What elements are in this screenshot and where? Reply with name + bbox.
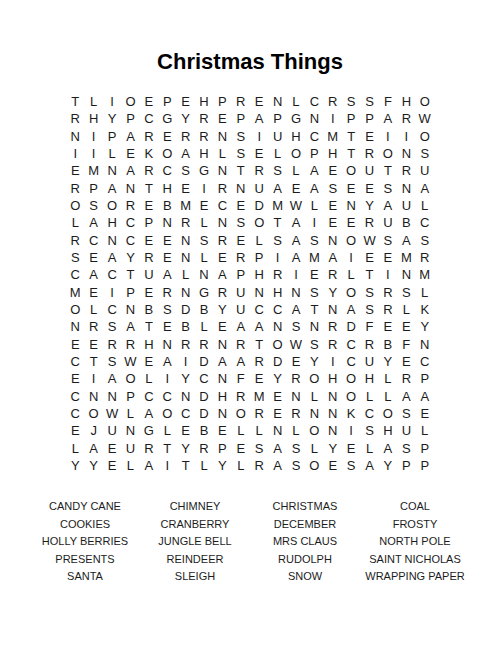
grid-cell[interactable]: I [397, 128, 415, 145]
grid-cell[interactable]: P [232, 110, 250, 127]
grid-cell[interactable]: E [250, 93, 268, 110]
grid-cell[interactable]: T [66, 93, 84, 110]
grid-cell[interactable]: O [416, 93, 434, 110]
grid-cell[interactable]: Y [379, 457, 397, 474]
grid-cell[interactable]: Y [213, 301, 231, 318]
grid-cell[interactable]: P [342, 110, 360, 127]
grid-cell[interactable]: E [397, 318, 415, 335]
grid-cell[interactable]: U [397, 197, 415, 214]
grid-cell[interactable]: N [287, 284, 305, 301]
grid-cell[interactable]: T [250, 336, 268, 353]
grid-cell[interactable]: S [324, 180, 342, 197]
grid-cell[interactable]: O [232, 405, 250, 422]
grid-cell[interactable]: A [268, 440, 286, 457]
grid-cell[interactable]: E [379, 318, 397, 335]
grid-cell[interactable]: T [268, 214, 286, 231]
grid-cell[interactable]: C [103, 301, 121, 318]
grid-cell[interactable]: P [158, 93, 176, 110]
grid-cell[interactable]: W [287, 197, 305, 214]
grid-cell[interactable]: S [379, 232, 397, 249]
grid-cell[interactable]: A [287, 214, 305, 231]
grid-cell[interactable]: N [268, 422, 286, 439]
grid-cell[interactable]: C [342, 353, 360, 370]
grid-cell[interactable]: N [176, 249, 194, 266]
grid-cell[interactable]: A [121, 318, 139, 335]
grid-cell[interactable]: R [140, 162, 158, 179]
grid-cell[interactable]: H [84, 110, 102, 127]
grid-cell[interactable]: E [158, 128, 176, 145]
grid-cell[interactable]: A [250, 318, 268, 335]
grid-cell[interactable]: E [158, 232, 176, 249]
grid-cell[interactable]: L [416, 284, 434, 301]
grid-cell[interactable]: R [195, 440, 213, 457]
grid-cell[interactable]: T [140, 318, 158, 335]
grid-cell[interactable]: C [250, 301, 268, 318]
grid-cell[interactable]: E [342, 180, 360, 197]
grid-cell[interactable]: S [360, 284, 378, 301]
grid-cell[interactable]: J [84, 422, 102, 439]
grid-cell[interactable]: Y [66, 457, 84, 474]
grid-cell[interactable]: W [103, 405, 121, 422]
grid-cell[interactable]: Y [84, 457, 102, 474]
grid-cell[interactable]: E [140, 93, 158, 110]
grid-cell[interactable]: A [84, 266, 102, 283]
grid-cell[interactable]: R [360, 145, 378, 162]
grid-cell[interactable]: A [342, 301, 360, 318]
grid-cell[interactable]: U [268, 128, 286, 145]
grid-cell[interactable]: N [213, 336, 231, 353]
grid-cell[interactable]: A [140, 405, 158, 422]
grid-cell[interactable]: B [397, 214, 415, 231]
grid-cell[interactable]: Y [324, 440, 342, 457]
grid-cell[interactable]: Y [324, 284, 342, 301]
grid-cell[interactable]: H [140, 336, 158, 353]
grid-cell[interactable]: O [305, 457, 323, 474]
grid-cell[interactable]: R [140, 249, 158, 266]
grid-cell[interactable]: N [176, 232, 194, 249]
grid-cell[interactable]: L [342, 266, 360, 283]
grid-cell[interactable]: N [121, 301, 139, 318]
grid-cell[interactable]: E [324, 214, 342, 231]
grid-cell[interactable]: L [195, 214, 213, 231]
grid-cell[interactable]: F [397, 336, 415, 353]
grid-cell[interactable]: A [379, 440, 397, 457]
grid-cell[interactable]: E [287, 353, 305, 370]
grid-cell[interactable]: E [416, 405, 434, 422]
grid-cell[interactable]: R [250, 353, 268, 370]
grid-cell[interactable]: S [103, 318, 121, 335]
grid-cell[interactable]: R [66, 180, 84, 197]
grid-cell[interactable]: O [66, 301, 84, 318]
grid-cell[interactable]: B [158, 197, 176, 214]
grid-cell[interactable]: H [324, 145, 342, 162]
grid-cell[interactable]: O [379, 145, 397, 162]
grid-cell[interactable]: D [195, 405, 213, 422]
grid-cell[interactable]: Y [379, 353, 397, 370]
grid-cell[interactable]: N [305, 318, 323, 335]
grid-cell[interactable]: C [140, 110, 158, 127]
grid-cell[interactable]: O [66, 197, 84, 214]
grid-cell[interactable]: C [195, 370, 213, 387]
grid-cell[interactable]: L [140, 370, 158, 387]
grid-cell[interactable]: N [250, 284, 268, 301]
grid-cell[interactable]: C [66, 388, 84, 405]
grid-cell[interactable]: I [324, 353, 342, 370]
grid-cell[interactable]: C [416, 353, 434, 370]
grid-cell[interactable]: C [103, 266, 121, 283]
grid-cell[interactable]: A [103, 249, 121, 266]
grid-cell[interactable]: M [416, 266, 434, 283]
grid-cell[interactable]: S [305, 336, 323, 353]
grid-cell[interactable]: S [342, 93, 360, 110]
grid-cell[interactable]: T [342, 128, 360, 145]
grid-cell[interactable]: P [416, 440, 434, 457]
grid-cell[interactable]: L [305, 440, 323, 457]
grid-cell[interactable]: A [324, 249, 342, 266]
grid-cell[interactable]: S [360, 301, 378, 318]
grid-cell[interactable]: E [324, 457, 342, 474]
grid-cell[interactable]: N [213, 128, 231, 145]
grid-cell[interactable]: O [158, 405, 176, 422]
grid-cell[interactable]: S [305, 232, 323, 249]
grid-cell[interactable]: S [397, 405, 415, 422]
grid-cell[interactable]: N [324, 388, 342, 405]
grid-cell[interactable]: N [121, 180, 139, 197]
grid-cell[interactable]: L [268, 145, 286, 162]
grid-cell[interactable]: E [360, 180, 378, 197]
grid-cell[interactable]: I [158, 370, 176, 387]
grid-cell[interactable]: S [305, 284, 323, 301]
grid-cell[interactable]: I [158, 457, 176, 474]
grid-cell[interactable]: R [250, 405, 268, 422]
grid-cell[interactable]: P [268, 110, 286, 127]
grid-cell[interactable]: R [397, 162, 415, 179]
grid-cell[interactable]: S [416, 232, 434, 249]
grid-cell[interactable]: N [305, 110, 323, 127]
grid-cell[interactable]: E [140, 197, 158, 214]
grid-cell[interactable]: N [66, 128, 84, 145]
grid-cell[interactable]: E [158, 249, 176, 266]
grid-cell[interactable]: R [360, 336, 378, 353]
grid-cell[interactable]: R [324, 336, 342, 353]
grid-cell[interactable]: E [213, 249, 231, 266]
grid-cell[interactable]: E [176, 93, 194, 110]
grid-cell[interactable]: T [360, 266, 378, 283]
grid-cell[interactable]: N [232, 180, 250, 197]
grid-cell[interactable]: C [305, 93, 323, 110]
grid-cell[interactable]: Y [305, 353, 323, 370]
grid-cell[interactable]: O [342, 370, 360, 387]
grid-cell[interactable]: O [305, 370, 323, 387]
grid-cell[interactable]: R [287, 370, 305, 387]
grid-cell[interactable]: S [379, 180, 397, 197]
grid-cell[interactable]: A [268, 180, 286, 197]
grid-cell[interactable]: L [121, 457, 139, 474]
grid-cell[interactable]: S [232, 145, 250, 162]
grid-cell[interactable]: C [66, 266, 84, 283]
grid-cell[interactable]: A [397, 388, 415, 405]
grid-cell[interactable]: U [397, 422, 415, 439]
grid-cell[interactable]: M [268, 197, 286, 214]
grid-cell[interactable]: I [379, 128, 397, 145]
grid-cell[interactable]: N [268, 318, 286, 335]
grid-cell[interactable]: A [84, 214, 102, 231]
grid-cell[interactable]: N [324, 301, 342, 318]
grid-cell[interactable]: T [84, 353, 102, 370]
grid-cell[interactable]: N [268, 93, 286, 110]
grid-cell[interactable]: E [158, 318, 176, 335]
grid-cell[interactable]: U [103, 422, 121, 439]
grid-cell[interactable]: T [305, 301, 323, 318]
grid-cell[interactable]: E [342, 214, 360, 231]
grid-cell[interactable]: S [397, 440, 415, 457]
grid-cell[interactable]: P [121, 284, 139, 301]
grid-cell[interactable]: Y [213, 457, 231, 474]
grid-cell[interactable]: N [66, 318, 84, 335]
grid-cell[interactable]: C [176, 405, 194, 422]
grid-cell[interactable]: L [379, 388, 397, 405]
grid-cell[interactable]: N [158, 214, 176, 231]
grid-cell[interactable]: R [232, 93, 250, 110]
grid-cell[interactable]: E [66, 336, 84, 353]
grid-cell[interactable]: T [140, 180, 158, 197]
grid-cell[interactable]: M [250, 388, 268, 405]
grid-cell[interactable]: E [103, 440, 121, 457]
grid-cell[interactable]: N [103, 388, 121, 405]
grid-cell[interactable]: R [195, 128, 213, 145]
grid-cell[interactable]: O [379, 405, 397, 422]
grid-cell[interactable]: M [324, 128, 342, 145]
grid-cell[interactable]: I [379, 266, 397, 283]
grid-cell[interactable]: S [342, 457, 360, 474]
grid-cell[interactable]: R [397, 370, 415, 387]
grid-cell[interactable]: O [103, 197, 121, 214]
grid-cell[interactable]: H [379, 422, 397, 439]
grid-cell[interactable]: A [158, 353, 176, 370]
grid-cell[interactable]: L [250, 422, 268, 439]
grid-cell[interactable]: L [66, 440, 84, 457]
grid-cell[interactable]: L [195, 457, 213, 474]
grid-cell[interactable]: E [140, 284, 158, 301]
grid-cell[interactable]: E [176, 180, 194, 197]
grid-cell[interactable]: H [287, 128, 305, 145]
grid-cell[interactable]: Y [176, 370, 194, 387]
grid-cell[interactable]: H [195, 93, 213, 110]
grid-cell[interactable]: I [250, 128, 268, 145]
grid-cell[interactable]: S [66, 249, 84, 266]
grid-cell[interactable]: P [121, 110, 139, 127]
grid-cell[interactable]: I [305, 214, 323, 231]
grid-cell[interactable]: R [232, 249, 250, 266]
grid-cell[interactable]: L [287, 422, 305, 439]
grid-cell[interactable]: O [121, 93, 139, 110]
grid-cell[interactable]: S [250, 440, 268, 457]
grid-cell[interactable]: A [416, 180, 434, 197]
grid-cell[interactable]: R [324, 93, 342, 110]
grid-cell[interactable]: S [84, 197, 102, 214]
grid-cell[interactable]: I [103, 284, 121, 301]
grid-cell[interactable]: N [397, 145, 415, 162]
grid-cell[interactable]: P [121, 388, 139, 405]
grid-cell[interactable]: L [158, 422, 176, 439]
grid-cell[interactable]: E [140, 353, 158, 370]
grid-cell[interactable]: D [250, 197, 268, 214]
grid-cell[interactable]: G [140, 422, 158, 439]
grid-cell[interactable]: R [250, 457, 268, 474]
grid-cell[interactable]: U [416, 162, 434, 179]
grid-cell[interactable]: O [268, 336, 286, 353]
grid-cell[interactable]: Y [103, 110, 121, 127]
grid-cell[interactable]: H [158, 180, 176, 197]
grid-cell[interactable]: T [121, 266, 139, 283]
grid-cell[interactable]: C [360, 405, 378, 422]
grid-cell[interactable]: F [379, 93, 397, 110]
grid-cell[interactable]: N [121, 422, 139, 439]
grid-cell[interactable]: G [287, 110, 305, 127]
grid-cell[interactable]: P [84, 180, 102, 197]
grid-cell[interactable]: C [121, 232, 139, 249]
grid-cell[interactable]: E [66, 162, 84, 179]
grid-cell[interactable]: O [84, 405, 102, 422]
grid-cell[interactable]: A [121, 128, 139, 145]
grid-cell[interactable]: R [360, 214, 378, 231]
grid-cell[interactable]: L [397, 301, 415, 318]
grid-cell[interactable]: L [416, 422, 434, 439]
grid-cell[interactable]: Y [121, 249, 139, 266]
grid-cell[interactable]: Y [268, 370, 286, 387]
grid-cell[interactable]: E [213, 422, 231, 439]
grid-cell[interactable]: E [232, 197, 250, 214]
grid-cell[interactable]: O [342, 284, 360, 301]
grid-cell[interactable]: O [342, 162, 360, 179]
grid-cell[interactable]: E [287, 180, 305, 197]
grid-cell[interactable]: R [84, 318, 102, 335]
grid-cell[interactable]: S [176, 162, 194, 179]
grid-cell[interactable]: T [232, 162, 250, 179]
grid-cell[interactable]: E [305, 266, 323, 283]
grid-cell[interactable]: E [232, 232, 250, 249]
grid-cell[interactable]: L [84, 93, 102, 110]
grid-cell[interactable]: N [287, 388, 305, 405]
grid-cell[interactable]: C [66, 405, 84, 422]
grid-cell[interactable]: E [84, 284, 102, 301]
grid-cell[interactable]: O [287, 145, 305, 162]
grid-cell[interactable]: L [232, 457, 250, 474]
grid-cell[interactable]: B [379, 336, 397, 353]
grid-cell[interactable]: E [176, 422, 194, 439]
grid-cell[interactable]: N [84, 388, 102, 405]
grid-cell[interactable]: R [416, 249, 434, 266]
grid-cell[interactable]: H [250, 266, 268, 283]
grid-cell[interactable]: S [287, 457, 305, 474]
grid-cell[interactable]: L [287, 162, 305, 179]
grid-cell[interactable]: N [342, 197, 360, 214]
grid-cell[interactable]: R [287, 405, 305, 422]
grid-cell[interactable]: P [305, 145, 323, 162]
grid-cell[interactable]: T [342, 145, 360, 162]
grid-cell[interactable]: R [268, 266, 286, 283]
grid-cell[interactable]: L [195, 249, 213, 266]
grid-cell[interactable]: S [287, 318, 305, 335]
grid-cell[interactable]: W [360, 232, 378, 249]
grid-cell[interactable]: S [268, 162, 286, 179]
grid-cell[interactable]: C [416, 214, 434, 231]
grid-cell[interactable]: E [379, 249, 397, 266]
grid-cell[interactable]: N [213, 214, 231, 231]
grid-cell[interactable]: P [140, 214, 158, 231]
grid-cell[interactable]: H [195, 145, 213, 162]
grid-cell[interactable]: D [176, 301, 194, 318]
grid-cell[interactable]: N [103, 162, 121, 179]
grid-cell[interactable]: E [213, 318, 231, 335]
grid-cell[interactable]: C [66, 353, 84, 370]
grid-cell[interactable]: I [268, 249, 286, 266]
grid-cell[interactable]: R [324, 266, 342, 283]
grid-cell[interactable]: C [305, 128, 323, 145]
grid-cell[interactable]: N [213, 162, 231, 179]
grid-cell[interactable]: K [342, 405, 360, 422]
grid-cell[interactable]: I [324, 110, 342, 127]
grid-cell[interactable]: M [397, 249, 415, 266]
grid-cell[interactable]: P [213, 93, 231, 110]
grid-cell[interactable]: R [176, 336, 194, 353]
grid-cell[interactable]: U [121, 440, 139, 457]
grid-cell[interactable]: L [176, 266, 194, 283]
grid-cell[interactable]: M [305, 249, 323, 266]
grid-cell[interactable]: G [195, 284, 213, 301]
grid-cell[interactable]: M [176, 197, 194, 214]
grid-cell[interactable]: A [416, 388, 434, 405]
grid-cell[interactable]: O [342, 232, 360, 249]
grid-cell[interactable]: R [195, 110, 213, 127]
grid-cell[interactable]: N [324, 422, 342, 439]
grid-cell[interactable]: H [213, 388, 231, 405]
grid-cell[interactable]: A [232, 318, 250, 335]
grid-cell[interactable]: A [84, 440, 102, 457]
grid-cell[interactable]: E [360, 249, 378, 266]
grid-cell[interactable]: R [140, 440, 158, 457]
grid-cell[interactable]: S [195, 232, 213, 249]
grid-cell[interactable]: A [287, 232, 305, 249]
grid-cell[interactable]: R [66, 232, 84, 249]
grid-cell[interactable]: R [379, 284, 397, 301]
grid-cell[interactable]: R [397, 110, 415, 127]
grid-cell[interactable]: W [121, 353, 139, 370]
grid-cell[interactable]: P [232, 266, 250, 283]
grid-cell[interactable]: B [140, 301, 158, 318]
grid-cell[interactable]: E [121, 145, 139, 162]
grid-cell[interactable]: L [103, 145, 121, 162]
grid-cell[interactable]: H [324, 370, 342, 387]
grid-cell[interactable]: C [268, 301, 286, 318]
grid-cell[interactable]: O [342, 388, 360, 405]
grid-cell[interactable]: R [121, 197, 139, 214]
grid-cell[interactable]: N [213, 405, 231, 422]
grid-cell[interactable]: R [250, 162, 268, 179]
grid-cell[interactable]: E [268, 405, 286, 422]
grid-cell[interactable]: E [103, 457, 121, 474]
grid-cell[interactable]: L [250, 232, 268, 249]
grid-cell[interactable]: A [268, 457, 286, 474]
grid-cell[interactable]: E [84, 336, 102, 353]
grid-cell[interactable]: L [195, 318, 213, 335]
grid-cell[interactable]: N [158, 336, 176, 353]
grid-cell[interactable]: R [213, 284, 231, 301]
grid-cell[interactable]: A [287, 249, 305, 266]
grid-cell[interactable]: A [397, 232, 415, 249]
grid-cell[interactable]: L [360, 388, 378, 405]
grid-cell[interactable]: E [232, 440, 250, 457]
